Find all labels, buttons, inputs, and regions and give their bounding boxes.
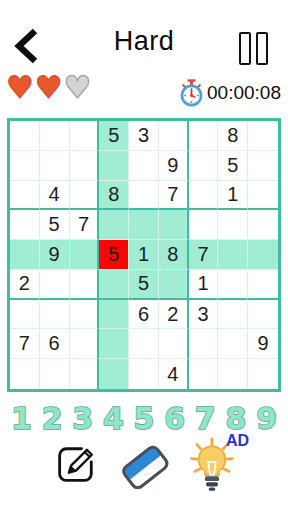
cell-r2c6[interactable]: 9 <box>159 151 189 181</box>
cell-r4c2[interactable]: 5 <box>40 210 70 240</box>
cell-r9c9[interactable] <box>248 359 278 389</box>
cell-r9c1[interactable] <box>10 359 40 389</box>
heart-empty-icon: ♥ <box>64 70 92 104</box>
cell-r2c5[interactable] <box>129 151 159 181</box>
cell-r3c1[interactable] <box>10 181 40 211</box>
cell-r5c2[interactable]: 9 <box>40 240 70 270</box>
cell-r7c1[interactable] <box>10 300 40 330</box>
cell-r8c5[interactable] <box>129 329 159 359</box>
numpad-2[interactable]: 2 <box>42 400 63 438</box>
cell-r5c6[interactable]: 8 <box>159 240 189 270</box>
cell-r6c1[interactable]: 2 <box>10 270 40 300</box>
numpad-4[interactable]: 4 <box>103 400 124 438</box>
ad-badge: AD <box>226 432 249 450</box>
cell-r1c8[interactable]: 8 <box>218 121 248 151</box>
cell-r4c3[interactable]: 7 <box>70 210 100 240</box>
timer-value: 00:00:08 <box>207 82 281 104</box>
cell-r3c7[interactable] <box>189 181 219 211</box>
cell-r8c1[interactable]: 7 <box>10 329 40 359</box>
cell-r1c6[interactable] <box>159 121 189 151</box>
cell-r4c4[interactable] <box>99 210 129 240</box>
timer: 00:00:08 <box>179 79 281 107</box>
cell-r5c3[interactable] <box>70 240 100 270</box>
cell-r4c8[interactable] <box>218 210 248 240</box>
cell-r8c8[interactable] <box>218 329 248 359</box>
lives-hearts: ♥♥♥ <box>6 70 92 104</box>
numpad-3[interactable]: 3 <box>72 400 93 438</box>
pause-icon <box>239 32 251 65</box>
cell-r5c4[interactable]: 5 <box>99 240 129 270</box>
cell-r3c6[interactable]: 7 <box>159 181 189 211</box>
cell-r2c1[interactable] <box>10 151 40 181</box>
cell-r8c2[interactable]: 6 <box>40 329 70 359</box>
cell-r9c5[interactable] <box>129 359 159 389</box>
cell-r9c6[interactable]: 4 <box>159 359 189 389</box>
cell-r8c9[interactable]: 9 <box>248 329 278 359</box>
cell-r2c3[interactable] <box>70 151 100 181</box>
cell-r1c9[interactable] <box>248 121 278 151</box>
cell-r9c2[interactable] <box>40 359 70 389</box>
cell-r3c8[interactable]: 1 <box>218 181 248 211</box>
cell-r1c3[interactable] <box>70 121 100 151</box>
toolbar: AD <box>0 436 288 500</box>
numpad-7[interactable]: 7 <box>195 400 216 438</box>
cell-r1c5[interactable]: 3 <box>129 121 159 151</box>
cell-r6c2[interactable] <box>40 270 70 300</box>
heart-filled-icon: ♥ <box>35 70 63 104</box>
cell-r3c3[interactable] <box>70 181 100 211</box>
cell-r6c3[interactable] <box>70 270 100 300</box>
notes-button[interactable] <box>52 440 100 491</box>
cell-r7c7[interactable]: 3 <box>189 300 219 330</box>
cell-r5c5[interactable]: 1 <box>129 240 159 270</box>
cell-r1c4[interactable]: 5 <box>99 121 129 151</box>
eraser-button[interactable] <box>120 442 170 495</box>
stopwatch-icon <box>179 79 204 107</box>
cell-r6c6[interactable] <box>159 270 189 300</box>
cell-r4c1[interactable] <box>10 210 40 240</box>
numpad-9[interactable]: 9 <box>256 400 277 438</box>
cell-r2c2[interactable] <box>40 151 70 181</box>
cell-r9c8[interactable] <box>218 359 248 389</box>
heart-filled-icon: ♥ <box>6 70 34 104</box>
numpad-5[interactable]: 5 <box>134 400 155 438</box>
cell-r8c6[interactable] <box>159 329 189 359</box>
cell-r2c9[interactable] <box>248 151 278 181</box>
numpad-1[interactable]: 1 <box>11 400 32 438</box>
cell-r6c9[interactable] <box>248 270 278 300</box>
cell-r7c9[interactable] <box>248 300 278 330</box>
cell-r7c6[interactable]: 2 <box>159 300 189 330</box>
cell-r6c7[interactable]: 1 <box>189 270 219 300</box>
cell-r1c7[interactable] <box>189 121 219 151</box>
sudoku-grid: 53895487157951872516237694 <box>7 118 281 392</box>
cell-r8c3[interactable] <box>70 329 100 359</box>
pencil-edit-icon <box>52 440 100 488</box>
cell-r3c2[interactable]: 4 <box>40 181 70 211</box>
cell-r5c9[interactable] <box>248 240 278 270</box>
cell-r7c5[interactable]: 6 <box>129 300 159 330</box>
cell-r6c8[interactable] <box>218 270 248 300</box>
sudoku-app-screen: Hard ♥♥♥ 00:00:08 5389548715795187251623… <box>0 0 288 512</box>
cell-r6c5[interactable]: 5 <box>129 270 159 300</box>
cell-r7c2[interactable] <box>40 300 70 330</box>
cell-r2c7[interactable] <box>189 151 219 181</box>
cell-r4c6[interactable] <box>159 210 189 240</box>
cell-r7c4[interactable] <box>99 300 129 330</box>
cell-r8c7[interactable] <box>189 329 219 359</box>
cell-r1c2[interactable] <box>40 121 70 151</box>
pause-button[interactable] <box>239 32 268 65</box>
cell-r4c5[interactable] <box>129 210 159 240</box>
cell-r6c4[interactable] <box>99 270 129 300</box>
eraser-icon <box>120 442 170 492</box>
cell-r3c9[interactable] <box>248 181 278 211</box>
cell-r3c4[interactable]: 8 <box>99 181 129 211</box>
cell-r7c3[interactable] <box>70 300 100 330</box>
numpad-6[interactable]: 6 <box>164 400 185 438</box>
pause-icon <box>256 32 268 65</box>
cell-r9c3[interactable] <box>70 359 100 389</box>
cell-r9c7[interactable] <box>189 359 219 389</box>
cell-r1c1[interactable] <box>10 121 40 151</box>
cell-r5c7[interactable]: 7 <box>189 240 219 270</box>
cell-r4c9[interactable] <box>248 210 278 240</box>
cell-r7c8[interactable] <box>218 300 248 330</box>
cell-r5c1[interactable] <box>10 240 40 270</box>
cell-r5c8[interactable] <box>218 240 248 270</box>
cell-r9c4[interactable] <box>99 359 129 389</box>
cell-r2c8[interactable]: 5 <box>218 151 248 181</box>
cell-r3c5[interactable] <box>129 181 159 211</box>
cell-r4c7[interactable] <box>189 210 219 240</box>
cell-r8c4[interactable] <box>99 329 129 359</box>
cell-r2c4[interactable] <box>99 151 129 181</box>
